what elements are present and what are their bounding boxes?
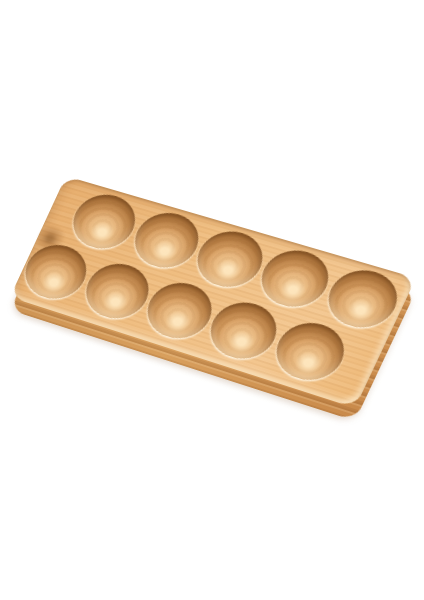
photo-stage	[0, 0, 424, 600]
pit-r1c4[interactable]	[266, 315, 353, 388]
pit-r1c0[interactable]	[16, 238, 95, 306]
pit-r1c1[interactable]	[76, 256, 157, 325]
pit-r1c2[interactable]	[138, 276, 221, 346]
pit-r1c3[interactable]	[201, 295, 286, 366]
